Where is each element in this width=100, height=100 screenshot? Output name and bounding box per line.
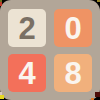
corner-artifact-top-left: [0, 2, 2, 6]
tile-4-value: 4: [18, 58, 35, 89]
corner-artifact-bottom-right: [95, 92, 100, 97]
corner-artifact-bottom-right: [91, 98, 94, 100]
tile-8: 8: [54, 54, 92, 92]
tile-0-value: 0: [64, 13, 81, 44]
tile-8-value: 8: [64, 58, 81, 89]
corner-artifact-top-right: [97, 0, 100, 2]
tile-0: 0: [54, 9, 92, 47]
corner-artifact-bottom-left: [0, 95, 4, 99]
tile-2-value: 2: [18, 13, 35, 44]
tile-2: 2: [8, 9, 46, 47]
screenshot-stage: 2 0 4 8: [0, 0, 100, 100]
tile-4: 4: [8, 54, 46, 92]
2048-app-icon[interactable]: 2 0 4 8: [0, 0, 100, 100]
